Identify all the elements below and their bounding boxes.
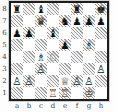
black-rook-piece[interactable]: ♜: [71, 3, 83, 15]
square-h8[interactable]: ♚: [95, 3, 107, 15]
rank-label-3: 3: [0, 63, 9, 75]
square-b8[interactable]: [23, 3, 35, 15]
square-e7[interactable]: ♞: [59, 15, 71, 27]
white-rook-piece[interactable]: ♖: [47, 87, 59, 99]
square-a3[interactable]: [11, 63, 23, 75]
square-c5[interactable]: [35, 39, 47, 51]
square-b7[interactable]: [23, 15, 35, 27]
square-b2[interactable]: ♙: [23, 75, 35, 87]
file-label-h: h: [95, 101, 107, 111]
black-pawn-piece[interactable]: ♟: [59, 39, 71, 51]
file-label-e: e: [59, 101, 71, 111]
rank-label-4: 4: [0, 51, 9, 63]
square-h6[interactable]: [95, 27, 107, 39]
square-b4[interactable]: [23, 51, 35, 63]
white-queen-piece[interactable]: ♕: [59, 75, 71, 87]
square-h4[interactable]: [95, 51, 107, 63]
square-a1[interactable]: [11, 87, 23, 99]
black-pawn-piece[interactable]: ♟: [83, 15, 95, 27]
white-pawn-piece[interactable]: ♙: [71, 75, 83, 87]
square-e3[interactable]: [59, 63, 71, 75]
black-rook-piece[interactable]: ♜: [11, 3, 23, 15]
black-pawn-piece[interactable]: ♟: [23, 27, 35, 39]
square-c1[interactable]: [35, 87, 47, 99]
file-label-g: g: [83, 101, 95, 111]
white-pawn-piece[interactable]: ♙: [83, 75, 95, 87]
square-c7[interactable]: ♛: [35, 15, 47, 27]
black-bishop-piece[interactable]: ♝: [47, 27, 59, 39]
white-pawn-piece[interactable]: ♙: [35, 63, 47, 75]
white-pawn-piece[interactable]: ♙: [95, 63, 107, 75]
square-a4[interactable]: [11, 51, 23, 63]
white-king-piece[interactable]: ♔: [83, 87, 95, 99]
square-d7[interactable]: [47, 15, 59, 27]
square-g7[interactable]: ♟: [83, 15, 95, 27]
black-bishop-piece[interactable]: ♝: [35, 3, 47, 15]
square-e6[interactable]: [59, 27, 71, 39]
square-f4[interactable]: [71, 51, 83, 63]
file-label-d: d: [47, 101, 59, 111]
file-labels: abcdefgh: [11, 101, 107, 111]
square-e8[interactable]: [59, 3, 71, 15]
square-b6[interactable]: ♟: [23, 27, 35, 39]
square-e1[interactable]: ♖: [59, 87, 71, 99]
white-rook-piece[interactable]: ♖: [59, 87, 71, 99]
square-h7[interactable]: ♟: [95, 15, 107, 27]
square-g6[interactable]: [83, 27, 95, 39]
square-f1[interactable]: [71, 87, 83, 99]
square-f2[interactable]: ♙: [71, 75, 83, 87]
square-c6[interactable]: [35, 27, 47, 39]
square-g3[interactable]: [83, 63, 95, 75]
rank-label-1: 1: [0, 87, 9, 99]
square-d6[interactable]: ♝: [47, 27, 59, 39]
square-a5[interactable]: [11, 39, 23, 51]
square-c3[interactable]: ♙: [35, 63, 47, 75]
square-f7[interactable]: ♟: [71, 15, 83, 27]
square-a6[interactable]: ♟: [11, 27, 23, 39]
black-queen-piece[interactable]: ♛: [35, 15, 47, 27]
white-knight-piece[interactable]: ♘: [47, 51, 59, 63]
rank-label-2: 2: [0, 75, 9, 87]
black-king-piece[interactable]: ♚: [95, 3, 107, 15]
square-g4[interactable]: [83, 51, 95, 63]
chess-board: ♜♝♜♚♛♞♟♟♟♟♟♝♟♗♗♘♙♙♙♙♕♙♙♖♖♔: [9, 1, 109, 101]
rank-labels: 87654321: [0, 3, 9, 99]
square-e2[interactable]: ♕: [59, 75, 71, 87]
rank-label-7: 7: [0, 15, 9, 27]
square-d3[interactable]: [47, 63, 59, 75]
chess-diagram: 87654321 ♜♝♜♚♛♞♟♟♟♟♟♝♟♗♗♘♙♙♙♙♕♙♙♖♖♔ abcd…: [0, 0, 116, 112]
rank-label-6: 6: [0, 27, 9, 39]
square-f6[interactable]: [71, 27, 83, 39]
square-d1[interactable]: ♖: [47, 87, 59, 99]
square-g5[interactable]: ♗: [83, 39, 95, 51]
black-pawn-piece[interactable]: ♟: [71, 15, 83, 27]
white-bishop-piece[interactable]: ♗: [83, 39, 95, 51]
square-d5[interactable]: [47, 39, 59, 51]
white-bishop-piece[interactable]: ♗: [35, 51, 47, 63]
square-d2[interactable]: [47, 75, 59, 87]
square-a2[interactable]: ♙: [11, 75, 23, 87]
square-e5[interactable]: ♟: [59, 39, 71, 51]
square-c2[interactable]: [35, 75, 47, 87]
square-f3[interactable]: [71, 63, 83, 75]
rank-label-8: 8: [0, 3, 9, 15]
square-c4[interactable]: ♗: [35, 51, 47, 63]
square-f8[interactable]: ♜: [71, 3, 83, 15]
file-label-f: f: [71, 101, 83, 111]
square-b5[interactable]: [23, 39, 35, 51]
square-h1[interactable]: [95, 87, 107, 99]
black-pawn-piece[interactable]: ♟: [11, 27, 23, 39]
square-h3[interactable]: ♙: [95, 63, 107, 75]
square-b3[interactable]: [23, 63, 35, 75]
square-d4[interactable]: ♘: [47, 51, 59, 63]
square-h2[interactable]: [95, 75, 107, 87]
square-a8[interactable]: ♜: [11, 3, 23, 15]
black-pawn-piece[interactable]: ♟: [95, 15, 107, 27]
square-g1[interactable]: ♔: [83, 87, 95, 99]
file-label-a: a: [11, 101, 23, 111]
white-pawn-piece[interactable]: ♙: [23, 75, 35, 87]
file-label-c: c: [35, 101, 47, 111]
square-g2[interactable]: ♙: [83, 75, 95, 87]
white-pawn-piece[interactable]: ♙: [11, 75, 23, 87]
square-f5[interactable]: [71, 39, 83, 51]
square-g8[interactable]: [83, 3, 95, 15]
square-a7[interactable]: [11, 15, 23, 27]
square-h5[interactable]: [95, 39, 107, 51]
square-e4[interactable]: [59, 51, 71, 63]
rank-label-5: 5: [0, 39, 9, 51]
square-c8[interactable]: ♝: [35, 3, 47, 15]
square-d8[interactable]: [47, 3, 59, 15]
file-label-b: b: [23, 101, 35, 111]
square-b1[interactable]: [23, 87, 35, 99]
black-knight-piece[interactable]: ♞: [59, 15, 71, 27]
